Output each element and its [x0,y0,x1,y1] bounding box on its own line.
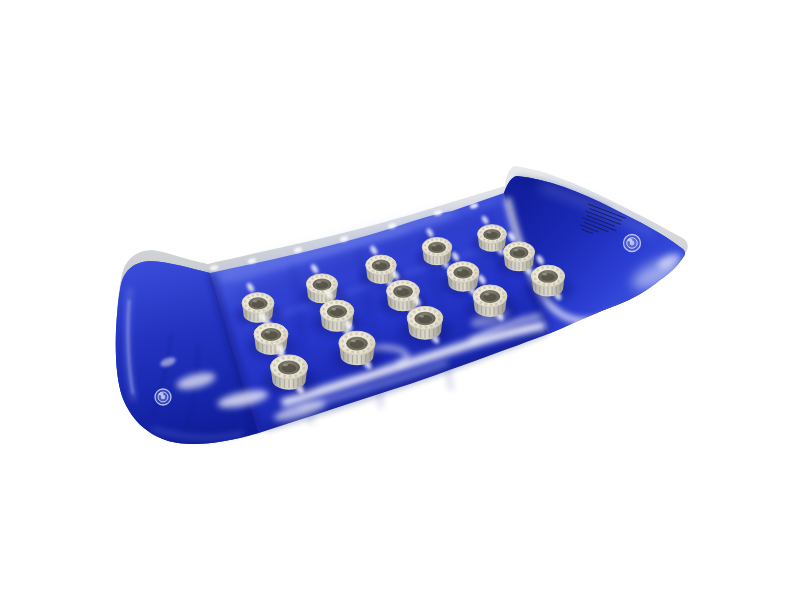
head-pillow-valve [624,235,641,252]
pool-float-illustration [0,0,800,600]
product-photo [0,0,800,600]
foot-pillow-valve [155,389,171,405]
